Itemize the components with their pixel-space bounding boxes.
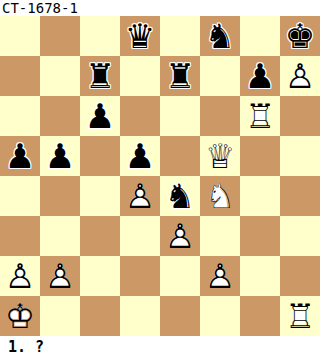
square-b3[interactable] <box>40 216 80 256</box>
square-d7[interactable] <box>120 56 160 96</box>
square-e5[interactable] <box>160 136 200 176</box>
piece-fill: ♟ <box>80 96 120 136</box>
square-e7[interactable]: ♜ <box>160 56 200 96</box>
black-king[interactable]: ♚ <box>280 16 320 56</box>
square-a5[interactable]: ♟ <box>0 136 40 176</box>
square-c2[interactable] <box>80 256 120 296</box>
square-b7[interactable] <box>40 56 80 96</box>
piece-outline: ♙ <box>280 56 320 96</box>
square-e2[interactable] <box>160 256 200 296</box>
piece-outline: ♙ <box>160 216 200 256</box>
diagram-title: CT-1678-1 <box>0 0 320 16</box>
black-knight[interactable]: ♞ <box>160 176 200 216</box>
square-c8[interactable] <box>80 16 120 56</box>
square-d1[interactable] <box>120 296 160 336</box>
square-e8[interactable] <box>160 16 200 56</box>
white-pawn[interactable]: ♟♙ <box>160 216 200 256</box>
piece-fill: ♚ <box>280 16 320 56</box>
black-pawn[interactable]: ♟ <box>240 56 280 96</box>
piece-fill: ♜ <box>80 56 120 96</box>
square-g6[interactable]: ♜♖ <box>240 96 280 136</box>
square-g4[interactable] <box>240 176 280 216</box>
white-knight[interactable]: ♞♘ <box>200 176 240 216</box>
square-d2[interactable] <box>120 256 160 296</box>
square-f1[interactable] <box>200 296 240 336</box>
square-h6[interactable] <box>280 96 320 136</box>
white-pawn[interactable]: ♟♙ <box>280 56 320 96</box>
square-c1[interactable] <box>80 296 120 336</box>
piece-fill: ♞ <box>200 16 240 56</box>
piece-outline: ♔ <box>0 296 40 336</box>
square-g7[interactable]: ♟ <box>240 56 280 96</box>
square-e4[interactable]: ♞ <box>160 176 200 216</box>
square-f4[interactable]: ♞♘ <box>200 176 240 216</box>
square-f6[interactable] <box>200 96 240 136</box>
square-a6[interactable] <box>0 96 40 136</box>
piece-fill: ♟ <box>40 136 80 176</box>
piece-outline: ♙ <box>200 256 240 296</box>
white-pawn[interactable]: ♟♙ <box>120 176 160 216</box>
square-d4[interactable]: ♟♙ <box>120 176 160 216</box>
square-g3[interactable] <box>240 216 280 256</box>
move-prompt: 1. ? <box>0 336 320 360</box>
black-pawn[interactable]: ♟ <box>40 136 80 176</box>
square-f3[interactable] <box>200 216 240 256</box>
square-c3[interactable] <box>80 216 120 256</box>
square-h5[interactable] <box>280 136 320 176</box>
square-a4[interactable] <box>0 176 40 216</box>
square-b4[interactable] <box>40 176 80 216</box>
piece-outline: ♘ <box>200 176 240 216</box>
chess-board: ♛♞♚♜♜♟♟♙♟♜♖♟♟♟♛♕♟♙♞♞♘♟♙♟♙♟♙♟♙♚♔♜♖ <box>0 16 320 336</box>
square-f8[interactable]: ♞ <box>200 16 240 56</box>
white-pawn[interactable]: ♟♙ <box>200 256 240 296</box>
square-h3[interactable] <box>280 216 320 256</box>
piece-fill: ♛ <box>120 16 160 56</box>
white-rook[interactable]: ♜♖ <box>280 296 320 336</box>
square-b5[interactable]: ♟ <box>40 136 80 176</box>
piece-outline: ♖ <box>280 296 320 336</box>
square-h1[interactable]: ♜♖ <box>280 296 320 336</box>
square-c4[interactable] <box>80 176 120 216</box>
square-g5[interactable] <box>240 136 280 176</box>
square-b8[interactable] <box>40 16 80 56</box>
square-b6[interactable] <box>40 96 80 136</box>
piece-outline: ♙ <box>0 256 40 296</box>
square-b1[interactable] <box>40 296 80 336</box>
square-h7[interactable]: ♟♙ <box>280 56 320 96</box>
square-d5[interactable]: ♟ <box>120 136 160 176</box>
piece-fill: ♜ <box>160 56 200 96</box>
black-pawn[interactable]: ♟ <box>80 96 120 136</box>
piece-outline: ♙ <box>120 176 160 216</box>
square-a8[interactable] <box>0 16 40 56</box>
square-a2[interactable]: ♟♙ <box>0 256 40 296</box>
black-queen[interactable]: ♛ <box>120 16 160 56</box>
square-g8[interactable] <box>240 16 280 56</box>
square-g2[interactable] <box>240 256 280 296</box>
square-c6[interactable]: ♟ <box>80 96 120 136</box>
black-pawn[interactable]: ♟ <box>0 136 40 176</box>
square-d3[interactable] <box>120 216 160 256</box>
square-h8[interactable]: ♚ <box>280 16 320 56</box>
white-pawn[interactable]: ♟♙ <box>40 256 80 296</box>
piece-fill: ♟ <box>120 136 160 176</box>
white-pawn[interactable]: ♟♙ <box>0 256 40 296</box>
square-a7[interactable] <box>0 56 40 96</box>
square-b2[interactable]: ♟♙ <box>40 256 80 296</box>
piece-outline: ♕ <box>200 136 240 176</box>
square-e1[interactable] <box>160 296 200 336</box>
square-c5[interactable] <box>80 136 120 176</box>
piece-fill: ♞ <box>160 176 200 216</box>
white-king[interactable]: ♚♔ <box>0 296 40 336</box>
piece-fill: ♟ <box>240 56 280 96</box>
square-a1[interactable]: ♚♔ <box>0 296 40 336</box>
square-f7[interactable] <box>200 56 240 96</box>
piece-outline: ♖ <box>240 96 280 136</box>
square-c7[interactable]: ♜ <box>80 56 120 96</box>
black-rook[interactable]: ♜ <box>160 56 200 96</box>
square-a3[interactable] <box>0 216 40 256</box>
square-e3[interactable]: ♟♙ <box>160 216 200 256</box>
square-g1[interactable] <box>240 296 280 336</box>
white-rook[interactable]: ♜♖ <box>240 96 280 136</box>
square-h4[interactable] <box>280 176 320 216</box>
square-e6[interactable] <box>160 96 200 136</box>
black-knight[interactable]: ♞ <box>200 16 240 56</box>
square-f2[interactable]: ♟♙ <box>200 256 240 296</box>
square-h2[interactable] <box>280 256 320 296</box>
black-rook[interactable]: ♜ <box>80 56 120 96</box>
piece-fill: ♟ <box>0 136 40 176</box>
square-f5[interactable]: ♛♕ <box>200 136 240 176</box>
square-d6[interactable] <box>120 96 160 136</box>
white-queen[interactable]: ♛♕ <box>200 136 240 176</box>
black-pawn[interactable]: ♟ <box>120 136 160 176</box>
square-d8[interactable]: ♛ <box>120 16 160 56</box>
piece-outline: ♙ <box>40 256 80 296</box>
